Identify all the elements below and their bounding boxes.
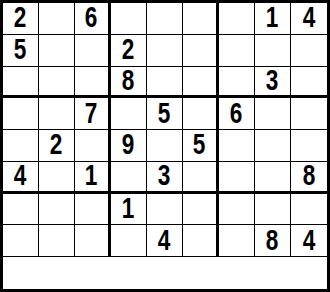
- given-digit: 6: [85, 3, 98, 33]
- cell-r6c4[interactable]: [111, 162, 147, 194]
- cell-r1c1[interactable]: 2: [3, 3, 39, 35]
- given-digit: 1: [122, 194, 135, 224]
- given-digit: 8: [303, 162, 316, 191]
- cell-r2c9[interactable]: [291, 35, 327, 67]
- cell-r2c1[interactable]: 5: [3, 35, 39, 67]
- cell-r4c5[interactable]: 5: [147, 98, 183, 130]
- cell-r7c6[interactable]: [183, 194, 219, 226]
- cell-r2c8[interactable]: [255, 35, 291, 67]
- given-digit: 6: [230, 99, 243, 129]
- given-digit: 1: [85, 162, 98, 191]
- cell-r6c7[interactable]: [219, 162, 255, 194]
- cell-r8c4[interactable]: [111, 225, 147, 257]
- given-digit: 5: [14, 35, 27, 65]
- cell-r3c5[interactable]: [147, 67, 183, 99]
- cell-r4c1[interactable]: [3, 98, 39, 130]
- cell-r4c9[interactable]: [291, 98, 327, 130]
- cell-r7c1[interactable]: [3, 194, 39, 226]
- cell-r4c6[interactable]: [183, 98, 219, 130]
- given-digit: 8: [122, 67, 135, 96]
- cell-r3c9[interactable]: [291, 67, 327, 99]
- cell-r3c6[interactable]: [183, 67, 219, 99]
- cell-r1c2[interactable]: [39, 3, 75, 35]
- cell-r1c5[interactable]: [147, 3, 183, 35]
- cell-r7c8[interactable]: [255, 194, 291, 226]
- given-digit: 5: [158, 99, 171, 129]
- cell-r3c2[interactable]: [39, 67, 75, 99]
- cell-r7c4[interactable]: 1: [111, 194, 147, 226]
- cell-r6c5[interactable]: 3: [147, 162, 183, 194]
- cell-r1c8[interactable]: 1: [255, 3, 291, 35]
- cell-r7c3[interactable]: [75, 194, 111, 226]
- cell-r2c3[interactable]: [75, 35, 111, 67]
- cell-r6c1[interactable]: 4: [3, 162, 39, 194]
- cell-r8c2[interactable]: [39, 225, 75, 257]
- cell-r5c3[interactable]: [75, 130, 111, 162]
- given-digit: 4: [158, 226, 171, 256]
- cell-r6c6[interactable]: [183, 162, 219, 194]
- cell-r6c3[interactable]: 1: [75, 162, 111, 194]
- given-digit: 3: [266, 67, 279, 96]
- given-digit: 9: [122, 130, 135, 160]
- cell-r2c5[interactable]: [147, 35, 183, 67]
- cell-r2c4[interactable]: 2: [111, 35, 147, 67]
- cell-r4c3[interactable]: 7: [75, 98, 111, 130]
- given-digit: 2: [122, 35, 135, 65]
- cell-r6c2[interactable]: [39, 162, 75, 194]
- cell-r5c8[interactable]: [255, 130, 291, 162]
- given-digit: 4: [303, 3, 316, 33]
- given-digit: 2: [50, 130, 63, 160]
- cell-r5c4[interactable]: 9: [111, 130, 147, 162]
- cell-r7c2[interactable]: [39, 194, 75, 226]
- cell-r8c7[interactable]: [219, 225, 255, 257]
- cell-r6c8[interactable]: [255, 162, 291, 194]
- cell-r3c3[interactable]: [75, 67, 111, 99]
- cell-r7c5[interactable]: [147, 194, 183, 226]
- cell-r7c7[interactable]: [219, 194, 255, 226]
- given-digit: 5: [193, 130, 206, 160]
- cell-r8c6[interactable]: [183, 225, 219, 257]
- cell-r4c4[interactable]: [111, 98, 147, 130]
- cell-r2c6[interactable]: [183, 35, 219, 67]
- cell-r5c2[interactable]: 2: [39, 130, 75, 162]
- given-digit: 4: [14, 162, 27, 191]
- given-digit: 1: [266, 3, 279, 33]
- cell-r6c9[interactable]: 8: [291, 162, 327, 194]
- cell-r8c5[interactable]: 4: [147, 225, 183, 257]
- given-digit: 2: [14, 3, 27, 33]
- cell-r5c5[interactable]: [147, 130, 183, 162]
- cell-r2c2[interactable]: [39, 35, 75, 67]
- given-digit: 3: [158, 162, 171, 191]
- cell-r1c3[interactable]: 6: [75, 3, 111, 35]
- given-digit: 7: [85, 99, 98, 129]
- cell-r5c6[interactable]: 5: [183, 130, 219, 162]
- cell-r1c6[interactable]: [183, 3, 219, 35]
- cell-r3c1[interactable]: [3, 67, 39, 99]
- cell-r8c9[interactable]: 4: [291, 225, 327, 257]
- cell-r5c9[interactable]: [291, 130, 327, 162]
- cell-r8c3[interactable]: [75, 225, 111, 257]
- cell-r1c9[interactable]: 4: [291, 3, 327, 35]
- cell-r3c8[interactable]: 3: [255, 67, 291, 99]
- cell-r4c7[interactable]: 6: [219, 98, 255, 130]
- cell-r8c1[interactable]: [3, 225, 39, 257]
- cell-r5c7[interactable]: [219, 130, 255, 162]
- sudoku-board: 2614528375629541381484: [0, 0, 330, 292]
- cell-r2c7[interactable]: [219, 35, 255, 67]
- cell-r8c8[interactable]: 8: [255, 225, 291, 257]
- cell-r1c4[interactable]: [111, 3, 147, 35]
- cell-r1c7[interactable]: [219, 3, 255, 35]
- cell-r3c7[interactable]: [219, 67, 255, 99]
- cell-r4c2[interactable]: [39, 98, 75, 130]
- given-digit: 8: [266, 226, 279, 256]
- cell-r4c8[interactable]: [255, 98, 291, 130]
- cell-r3c4[interactable]: 8: [111, 67, 147, 99]
- cell-r7c9[interactable]: [291, 194, 327, 226]
- cell-r5c1[interactable]: [3, 130, 39, 162]
- given-digit: 4: [303, 226, 316, 256]
